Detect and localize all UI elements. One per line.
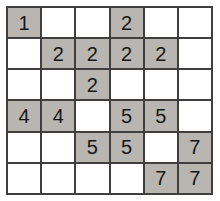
cell-r5c1-empty[interactable] [8,133,40,162]
cell-r1c3-empty[interactable] [76,8,108,37]
cell-r4c1-clue[interactable]: 4 [8,101,40,130]
cell-r3c4-empty[interactable] [111,70,143,99]
cell-r5c5-empty[interactable] [145,133,177,162]
cell-r6c1-empty[interactable] [8,164,40,193]
cell-r6c6-clue[interactable]: 7 [179,164,211,193]
cell-r2c3-clue[interactable]: 2 [76,39,108,68]
cell-r1c1-clue[interactable]: 1 [8,8,40,37]
cell-r1c6-empty[interactable] [179,8,211,37]
cell-r3c1-empty[interactable] [8,70,40,99]
cell-r3c6-empty[interactable] [179,70,211,99]
cell-r5c6-clue[interactable]: 7 [179,133,211,162]
cell-r4c3-empty[interactable] [76,101,108,130]
cell-r6c2-empty[interactable] [42,164,74,193]
cell-r4c6-empty[interactable] [179,101,211,130]
cell-r3c2-empty[interactable] [42,70,74,99]
cell-r6c4-empty[interactable] [111,164,143,193]
cell-r6c5-clue[interactable]: 7 [145,164,177,193]
cell-r1c4-clue[interactable]: 2 [111,8,143,37]
cell-r1c5-empty[interactable] [145,8,177,37]
cell-r3c3-clue[interactable]: 2 [76,70,108,99]
cell-r3c5-empty[interactable] [145,70,177,99]
cell-r2c4-clue[interactable]: 2 [111,39,143,68]
cell-r5c2-empty[interactable] [42,133,74,162]
puzzle-screen: 1222222445555777 [0,0,220,201]
cell-r2c2-clue[interactable]: 2 [42,39,74,68]
cell-r5c3-clue[interactable]: 5 [76,133,108,162]
cell-r4c5-clue[interactable]: 5 [145,101,177,130]
cell-r1c2-empty[interactable] [42,8,74,37]
cell-r2c5-clue[interactable]: 2 [145,39,177,68]
cell-r5c4-clue[interactable]: 5 [111,133,143,162]
cell-r4c4-clue[interactable]: 5 [111,101,143,130]
cell-r4c2-clue[interactable]: 4 [42,101,74,130]
puzzle-board: 1222222445555777 [6,6,213,195]
cell-r6c3-empty[interactable] [76,164,108,193]
cell-r2c6-empty[interactable] [179,39,211,68]
cell-r2c1-empty[interactable] [8,39,40,68]
